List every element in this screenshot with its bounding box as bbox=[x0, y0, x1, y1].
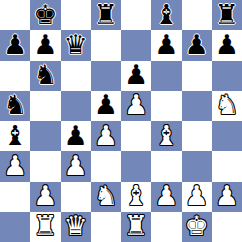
square-d3[interactable] bbox=[91, 151, 121, 181]
white-king: ♚ bbox=[185, 212, 209, 239]
square-d6[interactable] bbox=[91, 61, 121, 91]
square-d7[interactable] bbox=[91, 30, 121, 60]
square-g1[interactable]: ♚ bbox=[182, 212, 212, 242]
black-bishop: ♝ bbox=[154, 1, 178, 28]
square-d2[interactable]: ♞ bbox=[91, 182, 121, 212]
square-h6[interactable] bbox=[212, 61, 242, 91]
black-pawn: ♟ bbox=[124, 61, 148, 88]
square-f5[interactable] bbox=[151, 91, 181, 121]
white-rook: ♜ bbox=[124, 212, 148, 239]
square-f7[interactable]: ♟ bbox=[151, 30, 181, 60]
black-rook: ♜ bbox=[215, 1, 239, 28]
square-b2[interactable]: ♟ bbox=[30, 182, 60, 212]
square-c4[interactable]: ♟ bbox=[61, 121, 91, 151]
black-queen: ♛ bbox=[64, 31, 88, 58]
square-g8[interactable] bbox=[182, 0, 212, 30]
white-pawn: ♟ bbox=[3, 152, 27, 179]
white-bishop: ♝ bbox=[124, 182, 148, 209]
black-pawn: ♟ bbox=[64, 122, 88, 149]
square-e7[interactable] bbox=[121, 30, 151, 60]
square-a5[interactable]: ♞ bbox=[0, 91, 30, 121]
black-bishop: ♝ bbox=[3, 122, 27, 149]
square-h8[interactable]: ♜ bbox=[212, 0, 242, 30]
square-b5[interactable] bbox=[30, 91, 60, 121]
black-king: ♚ bbox=[33, 1, 57, 28]
black-pawn: ♟ bbox=[94, 91, 118, 118]
square-f1[interactable] bbox=[151, 212, 181, 242]
square-b1[interactable]: ♜ bbox=[30, 212, 60, 242]
square-h2[interactable]: ♟ bbox=[212, 182, 242, 212]
square-c5[interactable] bbox=[61, 91, 91, 121]
square-g4[interactable] bbox=[182, 121, 212, 151]
square-g3[interactable] bbox=[182, 151, 212, 181]
square-e1[interactable]: ♜ bbox=[121, 212, 151, 242]
square-b3[interactable] bbox=[30, 151, 60, 181]
white-queen: ♛ bbox=[64, 212, 88, 239]
square-b7[interactable]: ♟ bbox=[30, 30, 60, 60]
white-pawn: ♟ bbox=[124, 91, 148, 118]
chess-board: ♚♜♝♜♟♟♛♟♟♟♞♟♞♟♟♞♝♟♟♝♟♟♟♞♝♟♟♟♜♛♜♚ bbox=[0, 0, 242, 242]
square-a6[interactable] bbox=[0, 61, 30, 91]
square-a4[interactable]: ♝ bbox=[0, 121, 30, 151]
square-f2[interactable]: ♟ bbox=[151, 182, 181, 212]
white-bishop: ♝ bbox=[154, 122, 178, 149]
square-d8[interactable]: ♜ bbox=[91, 0, 121, 30]
square-c2[interactable] bbox=[61, 182, 91, 212]
square-c1[interactable]: ♛ bbox=[61, 212, 91, 242]
black-pawn: ♟ bbox=[33, 31, 57, 58]
square-b8[interactable]: ♚ bbox=[30, 0, 60, 30]
square-h7[interactable]: ♟ bbox=[212, 30, 242, 60]
square-g7[interactable]: ♟ bbox=[182, 30, 212, 60]
white-pawn: ♟ bbox=[185, 182, 209, 209]
square-f8[interactable]: ♝ bbox=[151, 0, 181, 30]
square-f3[interactable] bbox=[151, 151, 181, 181]
white-rook: ♜ bbox=[33, 212, 57, 239]
black-pawn: ♟ bbox=[215, 31, 239, 58]
square-g2[interactable]: ♟ bbox=[182, 182, 212, 212]
white-pawn: ♟ bbox=[215, 182, 239, 209]
black-rook: ♜ bbox=[94, 1, 118, 28]
square-a8[interactable] bbox=[0, 0, 30, 30]
square-e4[interactable] bbox=[121, 121, 151, 151]
black-pawn: ♟ bbox=[154, 31, 178, 58]
square-f6[interactable] bbox=[151, 61, 181, 91]
square-g5[interactable] bbox=[182, 91, 212, 121]
square-c8[interactable] bbox=[61, 0, 91, 30]
square-a1[interactable] bbox=[0, 212, 30, 242]
square-d1[interactable] bbox=[91, 212, 121, 242]
square-c3[interactable]: ♟ bbox=[61, 151, 91, 181]
black-pawn: ♟ bbox=[185, 31, 209, 58]
square-f4[interactable]: ♝ bbox=[151, 121, 181, 151]
square-a2[interactable] bbox=[0, 182, 30, 212]
black-knight: ♞ bbox=[3, 91, 27, 118]
square-e3[interactable] bbox=[121, 151, 151, 181]
black-knight: ♞ bbox=[33, 61, 57, 88]
square-h4[interactable] bbox=[212, 121, 242, 151]
black-pawn: ♟ bbox=[3, 31, 27, 58]
square-b6[interactable]: ♞ bbox=[30, 61, 60, 91]
square-d5[interactable]: ♟ bbox=[91, 91, 121, 121]
square-a3[interactable]: ♟ bbox=[0, 151, 30, 181]
square-c6[interactable] bbox=[61, 61, 91, 91]
square-e8[interactable] bbox=[121, 0, 151, 30]
square-e6[interactable]: ♟ bbox=[121, 61, 151, 91]
white-pawn: ♟ bbox=[94, 122, 118, 149]
white-pawn: ♟ bbox=[33, 182, 57, 209]
square-e2[interactable]: ♝ bbox=[121, 182, 151, 212]
square-c7[interactable]: ♛ bbox=[61, 30, 91, 60]
white-pawn: ♟ bbox=[154, 182, 178, 209]
square-h1[interactable] bbox=[212, 212, 242, 242]
square-g6[interactable] bbox=[182, 61, 212, 91]
white-knight: ♞ bbox=[94, 182, 118, 209]
square-h5[interactable]: ♞ bbox=[212, 91, 242, 121]
square-b4[interactable] bbox=[30, 121, 60, 151]
square-h3[interactable] bbox=[212, 151, 242, 181]
white-knight: ♞ bbox=[215, 91, 239, 118]
white-pawn: ♟ bbox=[64, 152, 88, 179]
square-a7[interactable]: ♟ bbox=[0, 30, 30, 60]
square-d4[interactable]: ♟ bbox=[91, 121, 121, 151]
square-e5[interactable]: ♟ bbox=[121, 91, 151, 121]
